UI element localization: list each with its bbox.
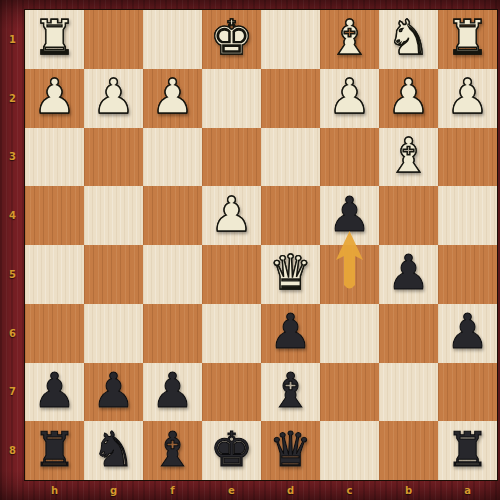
square-h5[interactable]: [25, 245, 84, 304]
white-pawn[interactable]: ♟: [387, 72, 430, 120]
square-e5[interactable]: [202, 245, 261, 304]
square-c4[interactable]: ♟: [320, 186, 379, 245]
square-c7[interactable]: [320, 363, 379, 422]
black-bishop[interactable]: ♝: [269, 366, 312, 414]
white-pawn[interactable]: ♟: [328, 72, 371, 120]
square-f6[interactable]: [143, 304, 202, 363]
square-b4[interactable]: [379, 186, 438, 245]
square-h1[interactable]: ♜: [25, 10, 84, 69]
square-e1[interactable]: ♚: [202, 10, 261, 69]
square-a6[interactable]: ♟: [438, 304, 497, 363]
square-d4[interactable]: [261, 186, 320, 245]
white-bishop[interactable]: ♝: [328, 13, 371, 61]
square-b1[interactable]: ♞: [379, 10, 438, 69]
rank-label-1: 1: [0, 10, 25, 69]
square-f3[interactable]: [143, 128, 202, 187]
square-c8[interactable]: [320, 421, 379, 480]
square-a2[interactable]: ♟: [438, 69, 497, 128]
file-label-b: b: [379, 480, 438, 500]
black-bishop[interactable]: ♝: [151, 425, 194, 473]
black-knight[interactable]: ♞: [92, 425, 135, 473]
square-d7[interactable]: ♝: [261, 363, 320, 422]
file-labels: hgfedcba: [25, 480, 497, 500]
rank-label-5: 5: [0, 245, 25, 304]
file-label-a: a: [438, 480, 497, 500]
square-b3[interactable]: ♝: [379, 128, 438, 187]
square-f5[interactable]: [143, 245, 202, 304]
square-f8[interactable]: ♝: [143, 421, 202, 480]
square-a3[interactable]: [438, 128, 497, 187]
square-e8[interactable]: ♚: [202, 421, 261, 480]
square-h3[interactable]: [25, 128, 84, 187]
white-bishop[interactable]: ♝: [387, 131, 430, 179]
file-label-g: g: [84, 480, 143, 500]
file-label-d: d: [261, 480, 320, 500]
black-pawn[interactable]: ♟: [92, 366, 135, 414]
square-a8[interactable]: ♜: [438, 421, 497, 480]
rank-label-8: 8: [0, 421, 25, 480]
square-g5[interactable]: [84, 245, 143, 304]
square-e3[interactable]: [202, 128, 261, 187]
square-c6[interactable]: [320, 304, 379, 363]
white-pawn[interactable]: ♟: [210, 190, 253, 238]
square-c3[interactable]: [320, 128, 379, 187]
file-label-h: h: [25, 480, 84, 500]
square-h2[interactable]: ♟: [25, 69, 84, 128]
rank-label-4: 4: [0, 186, 25, 245]
square-d8[interactable]: ♛: [261, 421, 320, 480]
black-pawn[interactable]: ♟: [269, 307, 312, 355]
file-label-f: f: [143, 480, 202, 500]
black-rook[interactable]: ♜: [446, 425, 489, 473]
square-g4[interactable]: [84, 186, 143, 245]
chess-frame: 12345678 ♜♚♝♞♜♟♟♟♟♟♟♝♟♟♛♟♟♟♟♟♟♝♜♞♝♚♛♜ hg…: [0, 0, 500, 500]
square-g7[interactable]: ♟: [84, 363, 143, 422]
black-rook[interactable]: ♜: [33, 425, 76, 473]
rank-label-3: 3: [0, 128, 25, 187]
square-e2[interactable]: [202, 69, 261, 128]
black-pawn[interactable]: ♟: [33, 366, 76, 414]
black-pawn[interactable]: ♟: [446, 307, 489, 355]
white-pawn[interactable]: ♟: [92, 72, 135, 120]
square-d1[interactable]: [261, 10, 320, 69]
square-b6[interactable]: [379, 304, 438, 363]
rank-label-2: 2: [0, 69, 25, 128]
square-b5[interactable]: ♟: [379, 245, 438, 304]
square-c5[interactable]: [320, 245, 379, 304]
white-rook[interactable]: ♜: [33, 13, 76, 61]
white-pawn[interactable]: ♟: [151, 72, 194, 120]
square-h6[interactable]: [25, 304, 84, 363]
square-a7[interactable]: [438, 363, 497, 422]
square-d5[interactable]: ♛: [261, 245, 320, 304]
square-h4[interactable]: [25, 186, 84, 245]
square-d6[interactable]: ♟: [261, 304, 320, 363]
white-rook[interactable]: ♜: [446, 13, 489, 61]
black-pawn[interactable]: ♟: [387, 248, 430, 296]
white-king[interactable]: ♚: [210, 13, 253, 61]
square-d2[interactable]: [261, 69, 320, 128]
file-label-e: e: [202, 480, 261, 500]
square-g3[interactable]: [84, 128, 143, 187]
white-pawn[interactable]: ♟: [446, 72, 489, 120]
square-a1[interactable]: ♜: [438, 10, 497, 69]
square-e4[interactable]: ♟: [202, 186, 261, 245]
black-pawn[interactable]: ♟: [151, 366, 194, 414]
square-h8[interactable]: ♜: [25, 421, 84, 480]
square-b2[interactable]: ♟: [379, 69, 438, 128]
square-f7[interactable]: ♟: [143, 363, 202, 422]
square-a4[interactable]: [438, 186, 497, 245]
white-pawn[interactable]: ♟: [33, 72, 76, 120]
square-e6[interactable]: [202, 304, 261, 363]
black-pawn[interactable]: ♟: [328, 190, 371, 238]
file-label-c: c: [320, 480, 379, 500]
square-e7[interactable]: [202, 363, 261, 422]
black-queen[interactable]: ♛: [269, 425, 312, 473]
rank-labels: 12345678: [0, 10, 25, 480]
square-f1[interactable]: [143, 10, 202, 69]
rank-label-6: 6: [0, 304, 25, 363]
square-g6[interactable]: [84, 304, 143, 363]
square-g8[interactable]: ♞: [84, 421, 143, 480]
square-h7[interactable]: ♟: [25, 363, 84, 422]
square-a5[interactable]: [438, 245, 497, 304]
square-d3[interactable]: [261, 128, 320, 187]
square-c2[interactable]: ♟: [320, 69, 379, 128]
white-queen[interactable]: ♛: [269, 248, 312, 296]
white-knight[interactable]: ♞: [387, 13, 430, 61]
square-b8[interactable]: [379, 421, 438, 480]
square-b7[interactable]: [379, 363, 438, 422]
black-king[interactable]: ♚: [210, 425, 253, 473]
square-c1[interactable]: ♝: [320, 10, 379, 69]
square-f2[interactable]: ♟: [143, 69, 202, 128]
square-g1[interactable]: [84, 10, 143, 69]
square-f4[interactable]: [143, 186, 202, 245]
square-g2[interactable]: ♟: [84, 69, 143, 128]
board: ♜♚♝♞♜♟♟♟♟♟♟♝♟♟♛♟♟♟♟♟♟♝♜♞♝♚♛♜: [25, 10, 497, 480]
rank-label-7: 7: [0, 363, 25, 422]
